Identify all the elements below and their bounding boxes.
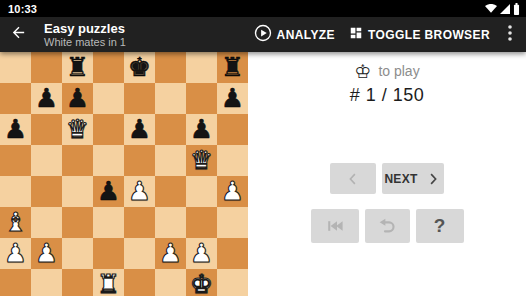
skip-to-start-icon [325,218,345,234]
title-block: Easy puzzles White mates in 1 [44,21,126,49]
piece-white-pawn: ♟ [4,240,27,266]
side-to-play: ♔ to play [354,61,419,81]
analyze-button[interactable]: ANALYZE [247,17,342,52]
square-d1[interactable]: ♜ [93,269,124,296]
status-icons [485,3,520,15]
previous-puzzle-button[interactable] [330,163,376,194]
puzzle-nav: NEXT [330,163,444,194]
restart-puzzle-button[interactable] [311,209,359,243]
square-b7[interactable]: ♟ [31,83,62,114]
square-g7[interactable] [186,83,217,114]
piece-white-queen: ♛ [190,147,213,173]
piece-white-pawn: ♟ [35,240,58,266]
toggle-browser-button[interactable]: TOGGLE BROWSER [342,17,497,52]
question-mark-label: ? [434,215,446,237]
square-b4[interactable] [31,176,62,207]
square-h2[interactable] [217,238,248,269]
square-e8[interactable]: ♚ [124,52,155,83]
piece-black-pawn: ♟ [35,85,58,111]
square-g2[interactable]: ♟ [186,238,217,269]
toggle-browser-label: TOGGLE BROWSER [368,28,490,42]
piece-black-pawn: ♟ [128,116,151,142]
square-f8[interactable] [155,52,186,83]
square-b8[interactable] [31,52,62,83]
kebab-menu-icon [508,25,512,45]
square-g3[interactable] [186,207,217,238]
undo-arrow-icon [377,217,397,235]
overflow-menu-button[interactable] [497,17,523,52]
square-e5[interactable] [124,145,155,176]
square-g5[interactable]: ♛ [186,145,217,176]
puzzle-counter: # 1 / 150 [350,85,425,106]
square-e7[interactable] [124,83,155,114]
battery-icon [513,3,520,15]
square-h4[interactable]: ♟ [217,176,248,207]
piece-white-pawn: ♟ [221,178,244,204]
square-h5[interactable] [217,145,248,176]
square-g6[interactable]: ♟ [186,114,217,145]
next-label: NEXT [384,172,417,186]
piece-black-pawn: ♟ [190,116,213,142]
square-g1[interactable]: ♚ [186,269,217,296]
square-h8[interactable]: ♜ [217,52,248,83]
piece-white-pawn: ♟ [128,178,151,204]
square-f3[interactable] [155,207,186,238]
square-d2[interactable] [93,238,124,269]
page-title: Easy puzzles [44,21,126,36]
cellular-signal-icon [500,4,510,14]
piece-white-bishop: ♝ [4,209,27,235]
square-f4[interactable] [155,176,186,207]
piece-black-pawn: ♟ [221,85,244,111]
white-king-icon: ♔ [354,61,371,81]
piece-black-rook: ♜ [221,54,244,80]
play-circle-icon [254,24,272,45]
puzzle-panel: ♔ to play # 1 / 150 NEXT [248,52,526,296]
square-c2[interactable] [62,238,93,269]
board-grid: ♜♚♜♟♟♟♟♛♟♟♛♟♟♟♝♟♟♟♟♜♚ [0,52,248,296]
square-b2[interactable]: ♟ [31,238,62,269]
square-c7[interactable]: ♟ [62,83,93,114]
chevron-right-icon [424,170,442,188]
square-d6[interactable] [93,114,124,145]
square-d4[interactable]: ♟ [93,176,124,207]
square-h6[interactable] [217,114,248,145]
square-d7[interactable] [93,83,124,114]
page-subtitle: White mates in 1 [44,36,126,49]
square-d5[interactable] [93,145,124,176]
square-c1[interactable] [62,269,93,296]
piece-black-pawn: ♟ [97,178,120,204]
app-screen: 10:33 Easy puzzles White mates in 1 [0,0,526,296]
next-puzzle-button[interactable]: NEXT [382,163,444,194]
arrow-left-icon [10,24,27,45]
piece-black-pawn: ♟ [4,116,27,142]
square-c4[interactable] [62,176,93,207]
app-bar-actions: ANALYZE TOGGLE BROWSER [247,17,526,52]
piece-white-pawn: ♟ [190,240,213,266]
square-f6[interactable] [155,114,186,145]
square-c6[interactable]: ♛ [62,114,93,145]
square-f5[interactable] [155,145,186,176]
dashboard-grid-icon [349,26,363,43]
square-a3[interactable]: ♝ [0,207,31,238]
square-c3[interactable] [62,207,93,238]
square-a8[interactable] [0,52,31,83]
square-e4[interactable]: ♟ [124,176,155,207]
square-b5[interactable] [31,145,62,176]
square-e2[interactable] [124,238,155,269]
square-c8[interactable]: ♜ [62,52,93,83]
square-d8[interactable] [93,52,124,83]
undo-move-button[interactable] [365,209,410,243]
piece-white-queen: ♛ [66,116,89,142]
wifi-icon [485,4,497,13]
square-a5[interactable] [0,145,31,176]
square-c5[interactable] [62,145,93,176]
back-button[interactable] [0,17,36,52]
square-f7[interactable] [155,83,186,114]
to-play-label: to play [378,63,419,79]
square-e6[interactable]: ♟ [124,114,155,145]
piece-white-pawn: ♟ [159,240,182,266]
piece-black-rook: ♜ [66,54,89,80]
puzzle-tools: ? [311,209,464,243]
square-f2[interactable]: ♟ [155,238,186,269]
piece-white-rook: ♜ [97,271,120,296]
hint-button[interactable]: ? [416,209,464,243]
square-h3[interactable] [217,207,248,238]
square-a1[interactable] [0,269,31,296]
square-h7[interactable]: ♟ [217,83,248,114]
square-b6[interactable] [31,114,62,145]
square-b1[interactable] [31,269,62,296]
square-a6[interactable]: ♟ [0,114,31,145]
app-bar: Easy puzzles White mates in 1 ANALYZE TO… [0,17,526,52]
status-bar: 10:33 [0,0,526,17]
square-e3[interactable] [124,207,155,238]
square-d3[interactable] [93,207,124,238]
square-a7[interactable] [0,83,31,114]
piece-black-king: ♚ [128,54,151,80]
square-g4[interactable] [186,176,217,207]
square-b3[interactable] [31,207,62,238]
square-h1[interactable] [217,269,248,296]
square-f1[interactable] [155,269,186,296]
square-a2[interactable]: ♟ [0,238,31,269]
clock: 10:33 [8,3,37,15]
square-g8[interactable] [186,52,217,83]
piece-white-king: ♚ [190,271,213,296]
square-a4[interactable] [0,176,31,207]
square-e1[interactable] [124,269,155,296]
piece-black-pawn: ♟ [66,85,89,111]
analyze-label: ANALYZE [277,28,335,42]
chess-board: ♜♚♜♟♟♟♟♛♟♟♛♟♟♟♝♟♟♟♟♜♚ [0,52,248,296]
chevron-left-icon [344,170,362,188]
